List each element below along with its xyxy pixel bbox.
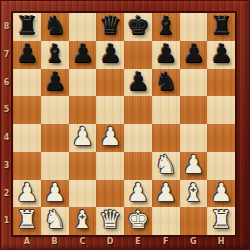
- square-g3[interactable]: ♟: [180, 152, 208, 180]
- square-f5[interactable]: [152, 96, 180, 124]
- white-king[interactable]: ♚: [127, 206, 149, 234]
- black-pawn[interactable]: ♟: [154, 40, 176, 68]
- rank-label-2: 2: [0, 180, 13, 208]
- white-pawn[interactable]: ♟: [182, 151, 204, 179]
- square-e3[interactable]: [124, 152, 152, 180]
- square-b2[interactable]: ♟: [41, 180, 69, 208]
- square-h8[interactable]: ♜: [207, 13, 235, 41]
- square-c4[interactable]: ♟: [69, 124, 97, 152]
- white-knight[interactable]: ♞: [43, 206, 65, 234]
- square-g8[interactable]: [180, 13, 208, 41]
- square-e2[interactable]: ♟: [124, 180, 152, 208]
- black-pawn[interactable]: ♟: [127, 68, 149, 96]
- square-g7[interactable]: ♟: [180, 41, 208, 69]
- black-pawn[interactable]: ♟: [182, 40, 204, 68]
- square-h6[interactable]: [207, 69, 235, 97]
- square-e5[interactable]: [124, 96, 152, 124]
- square-c3[interactable]: [69, 152, 97, 180]
- square-c7[interactable]: ♟: [69, 41, 97, 69]
- square-e4[interactable]: [124, 124, 152, 152]
- white-pawn[interactable]: ♟: [154, 179, 176, 207]
- square-d6[interactable]: [96, 69, 124, 97]
- square-f4[interactable]: [152, 124, 180, 152]
- square-a6[interactable]: [13, 69, 41, 97]
- black-bishop[interactable]: ♝: [154, 12, 176, 40]
- square-d3[interactable]: [96, 152, 124, 180]
- square-h7[interactable]: ♟: [207, 41, 235, 69]
- black-queen[interactable]: ♛: [99, 12, 121, 40]
- white-rook[interactable]: ♜: [210, 206, 232, 234]
- file-label-a: A: [13, 235, 41, 250]
- square-h2[interactable]: ♟: [207, 180, 235, 208]
- board-frame: ♜♞♛♚♝♜♟♝♟♟♟♟♟♟♟♞♟♟♞♟♟♟♟♟♝♟♜♞♝♛♚♜ 8 7 6 5…: [0, 0, 250, 250]
- square-e6[interactable]: ♟: [124, 69, 152, 97]
- white-pawn[interactable]: ♟: [43, 179, 65, 207]
- square-f1[interactable]: [152, 207, 180, 235]
- white-pawn[interactable]: ♟: [210, 179, 232, 207]
- square-h3[interactable]: [207, 152, 235, 180]
- square-d2[interactable]: [96, 180, 124, 208]
- file-labels: A B C D E F G H: [13, 235, 235, 250]
- white-bishop[interactable]: ♝: [182, 179, 204, 207]
- square-d1[interactable]: ♛: [96, 207, 124, 235]
- square-g6[interactable]: [180, 69, 208, 97]
- square-b3[interactable]: [41, 152, 69, 180]
- chess-board: ♜♞♛♚♝♜♟♝♟♟♟♟♟♟♟♞♟♟♞♟♟♟♟♟♝♟♜♞♝♛♚♜: [13, 13, 235, 235]
- black-bishop[interactable]: ♝: [43, 40, 65, 68]
- square-h1[interactable]: ♜: [207, 207, 235, 235]
- file-label-h: H: [207, 235, 235, 250]
- square-a3[interactable]: [13, 152, 41, 180]
- square-g2[interactable]: ♝: [180, 180, 208, 208]
- square-c6[interactable]: [69, 69, 97, 97]
- square-h4[interactable]: [207, 124, 235, 152]
- white-pawn[interactable]: ♟: [127, 179, 149, 207]
- square-d8[interactable]: ♛: [96, 13, 124, 41]
- square-f7[interactable]: ♟: [152, 41, 180, 69]
- rank-label-8: 8: [0, 13, 13, 41]
- square-c2[interactable]: [69, 180, 97, 208]
- square-b5[interactable]: [41, 96, 69, 124]
- white-pawn[interactable]: ♟: [16, 179, 38, 207]
- white-bishop[interactable]: ♝: [71, 206, 93, 234]
- rank-label-1: 1: [0, 207, 13, 235]
- file-label-c: C: [69, 235, 97, 250]
- square-h5[interactable]: [207, 96, 235, 124]
- square-b6[interactable]: ♟: [41, 69, 69, 97]
- black-knight[interactable]: ♞: [154, 68, 176, 96]
- square-b8[interactable]: ♞: [41, 13, 69, 41]
- square-c1[interactable]: ♝: [69, 207, 97, 235]
- file-label-e: E: [124, 235, 152, 250]
- square-b7[interactable]: ♝: [41, 41, 69, 69]
- square-a1[interactable]: ♜: [13, 207, 41, 235]
- rank-label-6: 6: [0, 69, 13, 97]
- square-e8[interactable]: ♚: [124, 13, 152, 41]
- square-a4[interactable]: [13, 124, 41, 152]
- square-a7[interactable]: ♟: [13, 41, 41, 69]
- square-d7[interactable]: ♟: [96, 41, 124, 69]
- square-a8[interactable]: ♜: [13, 13, 41, 41]
- square-f2[interactable]: ♟: [152, 180, 180, 208]
- file-label-f: F: [152, 235, 180, 250]
- square-f6[interactable]: ♞: [152, 69, 180, 97]
- white-pawn[interactable]: ♟: [99, 123, 121, 151]
- black-pawn[interactable]: ♟: [43, 68, 65, 96]
- square-g1[interactable]: [180, 207, 208, 235]
- black-pawn[interactable]: ♟: [210, 40, 232, 68]
- black-king[interactable]: ♚: [127, 12, 149, 40]
- square-a2[interactable]: ♟: [13, 180, 41, 208]
- file-label-d: D: [96, 235, 124, 250]
- square-d4[interactable]: ♟: [96, 124, 124, 152]
- black-pawn[interactable]: ♟: [99, 40, 121, 68]
- square-b4[interactable]: [41, 124, 69, 152]
- black-knight[interactable]: ♞: [43, 12, 65, 40]
- white-pawn[interactable]: ♟: [71, 123, 93, 151]
- rank-label-7: 7: [0, 41, 13, 69]
- black-rook[interactable]: ♜: [16, 12, 38, 40]
- rank-label-4: 4: [0, 124, 13, 152]
- square-e7[interactable]: [124, 41, 152, 69]
- white-knight[interactable]: ♞: [154, 151, 176, 179]
- square-a5[interactable]: [13, 96, 41, 124]
- square-b1[interactable]: ♞: [41, 207, 69, 235]
- square-f8[interactable]: ♝: [152, 13, 180, 41]
- white-queen[interactable]: ♛: [99, 206, 121, 234]
- square-g4[interactable]: [180, 124, 208, 152]
- square-e1[interactable]: ♚: [124, 207, 152, 235]
- rank-label-3: 3: [0, 152, 13, 180]
- square-d5[interactable]: [96, 96, 124, 124]
- file-label-g: G: [180, 235, 208, 250]
- black-pawn[interactable]: ♟: [71, 40, 93, 68]
- square-c5[interactable]: [69, 96, 97, 124]
- rank-labels: 8 7 6 5 4 3 2 1: [0, 13, 13, 235]
- white-rook[interactable]: ♜: [16, 206, 38, 234]
- rank-label-5: 5: [0, 96, 13, 124]
- file-label-b: B: [41, 235, 69, 250]
- black-rook[interactable]: ♜: [210, 12, 232, 40]
- square-f3[interactable]: ♞: [152, 152, 180, 180]
- square-g5[interactable]: [180, 96, 208, 124]
- black-pawn[interactable]: ♟: [16, 40, 38, 68]
- square-c8[interactable]: [69, 13, 97, 41]
